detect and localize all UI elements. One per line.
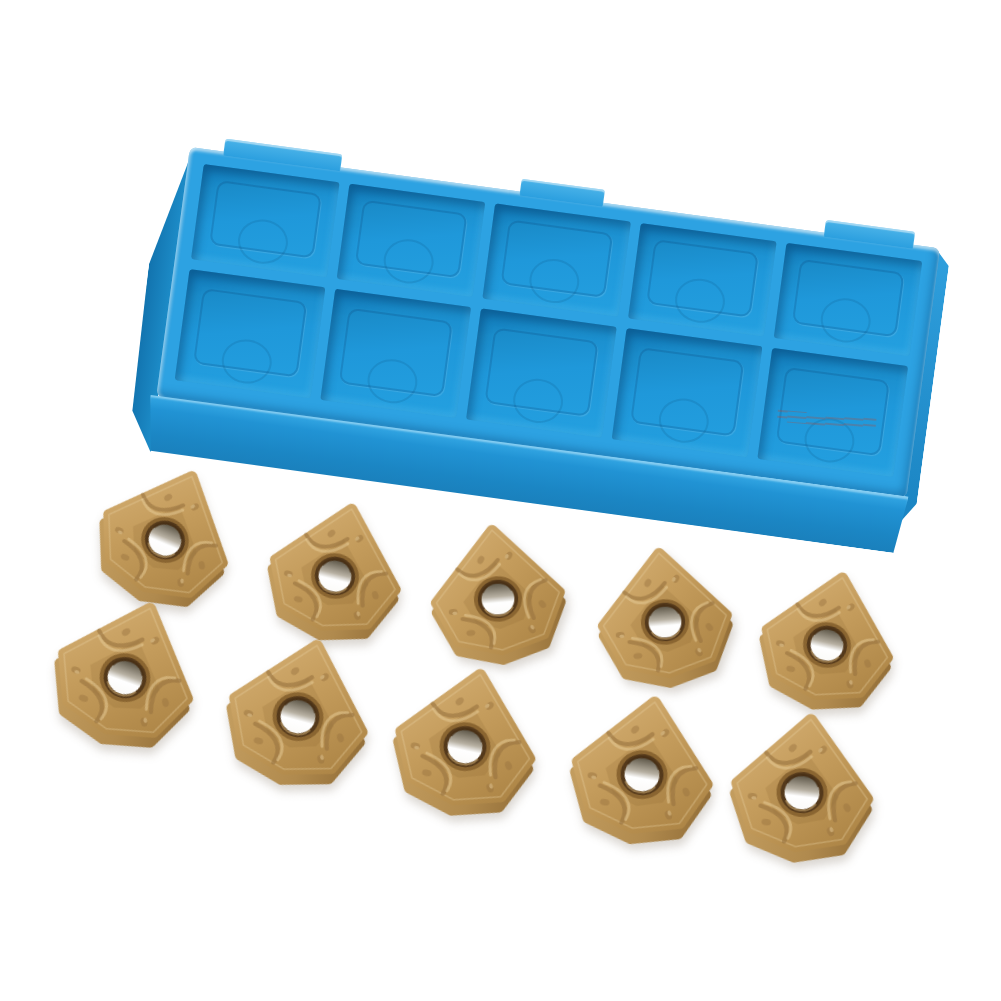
box-compartment [774,243,923,356]
box-compartment [612,328,763,458]
carbide-insert [579,531,749,694]
product-photo [0,0,1001,1001]
box-compartment [175,269,326,399]
carbide-insert [368,642,566,833]
box-compartment [628,223,777,336]
box-compartment [482,203,631,316]
box-compartment [466,308,617,438]
box-compartment [320,288,471,418]
box-compartment [757,348,908,478]
carbide-insert [547,672,740,859]
carbide-insert [710,694,896,873]
box-compartment [191,164,340,277]
box-compartment [337,184,486,297]
carbide-insert [412,508,582,671]
